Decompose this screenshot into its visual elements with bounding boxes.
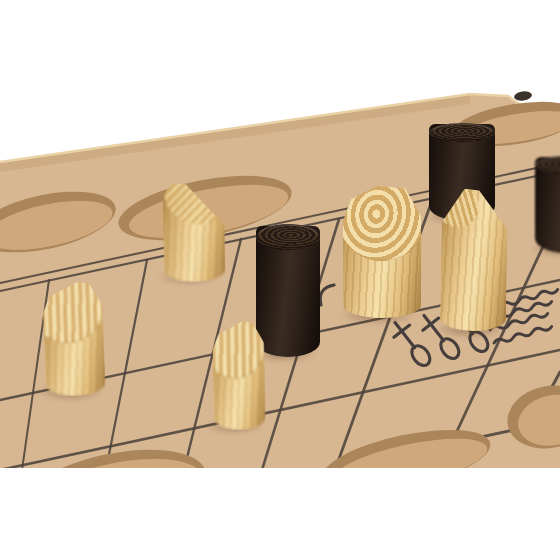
light-pawn-1-cut-face: [157, 166, 230, 233]
light-pawn-2[interactable]: [42, 281, 106, 397]
dark-pawn-1-top-face: [256, 224, 320, 250]
pieces-layer: [0, 0, 560, 560]
photo-visible-area: [0, 0, 560, 560]
dark-pawn-3-top-face: [535, 156, 560, 175]
senet-photo-scene: [0, 0, 560, 560]
dark-pawn-3[interactable]: [535, 157, 560, 253]
light-pawn-2-cut-face: [22, 264, 113, 355]
light-pawn-1[interactable]: [162, 182, 226, 282]
light-pawn-3[interactable]: [212, 321, 266, 431]
dark-pawn-1[interactable]: [256, 226, 320, 357]
light-pawn-4[interactable]: [343, 186, 421, 318]
dark-pawn-2-top-face: [429, 123, 495, 142]
light-pawn-4-cut-face: [331, 172, 432, 269]
